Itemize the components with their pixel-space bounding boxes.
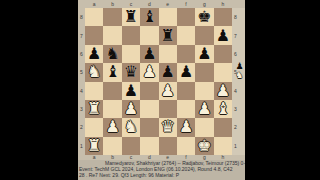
square-e4[interactable]: ♟ — [159, 82, 177, 100]
square-f8[interactable] — [177, 8, 195, 26]
left-letterbox-bar — [0, 0, 78, 180]
file-label-f: f — [177, 0, 195, 8]
square-f4[interactable] — [177, 82, 195, 100]
piece-white-king[interactable]: ♚ — [197, 138, 211, 154]
piece-black-pawn[interactable]: ♟ — [161, 64, 175, 80]
square-d2[interactable] — [140, 118, 158, 136]
square-c4[interactable]: ♟ — [122, 82, 140, 100]
file-label-a: a — [85, 0, 103, 8]
piece-black-rook[interactable]: ♜ — [124, 9, 138, 25]
square-g8[interactable]: ♚ — [195, 8, 213, 26]
square-e6[interactable] — [159, 45, 177, 63]
rank-label-8: 8 — [232, 8, 245, 26]
square-c7[interactable] — [122, 26, 140, 44]
rank-label-4: 4 — [78, 82, 85, 100]
square-d7[interactable] — [140, 26, 158, 44]
rank-label-8: 8 — [78, 8, 85, 26]
square-c2[interactable]: ♞ — [122, 118, 140, 136]
square-a2[interactable] — [85, 118, 103, 136]
square-a4[interactable] — [85, 82, 103, 100]
square-c1[interactable] — [122, 137, 140, 155]
piece-white-pawn[interactable]: ♟ — [142, 64, 156, 80]
square-d4[interactable] — [140, 82, 158, 100]
piece-white-pawn[interactable]: ♟ — [161, 83, 175, 99]
piece-white-rook[interactable]: ♜ — [87, 101, 101, 117]
rank-label-6: 6 — [78, 45, 85, 63]
piece-white-rook[interactable]: ♜ — [87, 138, 101, 154]
square-h2[interactable] — [214, 118, 232, 136]
square-a7[interactable] — [85, 26, 103, 44]
piece-black-pawn[interactable]: ♟ — [197, 46, 211, 62]
square-g7[interactable] — [195, 26, 213, 44]
square-f5[interactable]: ♟ — [177, 63, 195, 81]
square-c5[interactable]: ♛ — [122, 63, 140, 81]
piece-black-bishop[interactable]: ♝ — [142, 9, 156, 25]
square-d1[interactable] — [140, 137, 158, 155]
square-g4[interactable] — [195, 82, 213, 100]
piece-black-pawn[interactable]: ♟ — [87, 46, 101, 62]
piece-white-pawn[interactable]: ♟ — [124, 101, 138, 117]
file-label-g: g — [195, 0, 213, 8]
piece-black-bishop[interactable]: ♝ — [105, 64, 119, 80]
square-f2[interactable]: ♟ — [177, 118, 195, 136]
material-white-knight-icon: ♞ — [235, 71, 243, 80]
game-info-footer: Mamedyarov, Shakhriyar (2764) -- Radjabo… — [78, 160, 245, 180]
square-h4[interactable]: ♟ — [214, 82, 232, 100]
move-status-line: 28 . Re7 Next: 29. Qf3 Length: 96 Materi… — [78, 172, 245, 178]
material-difference-tray: ♟♞ — [234, 62, 245, 80]
piece-white-bishop[interactable]: ♝ — [216, 101, 230, 117]
piece-black-rook[interactable]: ♜ — [161, 28, 175, 44]
square-g1[interactable]: ♚ — [195, 137, 213, 155]
square-f3[interactable] — [177, 100, 195, 118]
rank-label-1: 1 — [78, 137, 85, 155]
rank-label-3: 3 — [232, 100, 245, 118]
file-label-e: e — [159, 0, 177, 8]
chess-board[interactable]: ♜♝♚♜♟♟♞♟♟♞♝♛♟♟♟♟♟♟♜♟♟♝♟♞♛♟♜♚ — [85, 8, 232, 155]
file-label-b: b — [103, 0, 121, 8]
rank-label-4: 4 — [232, 82, 245, 100]
rank-label-5: 5 — [78, 63, 85, 81]
square-h1[interactable] — [214, 137, 232, 155]
square-d3[interactable] — [140, 100, 158, 118]
square-h5[interactable] — [214, 63, 232, 81]
square-f7[interactable] — [177, 26, 195, 44]
video-frame: abcdefgh 87654321 ♜♝♚♜♟♟♞♟♟♞♝♛♟♟♟♟♟♟♜♟♟♝… — [0, 0, 320, 180]
square-b6[interactable]: ♞ — [103, 45, 121, 63]
square-e2[interactable]: ♛ — [159, 118, 177, 136]
piece-black-pawn[interactable]: ♟ — [179, 64, 193, 80]
square-e5[interactable]: ♟ — [159, 63, 177, 81]
right-letterbox-bar — [245, 0, 320, 180]
square-e7[interactable]: ♜ — [159, 26, 177, 44]
square-c3[interactable]: ♟ — [122, 100, 140, 118]
piece-white-knight[interactable]: ♞ — [87, 64, 101, 80]
piece-white-pawn[interactable]: ♟ — [105, 119, 119, 135]
file-label-c: c — [122, 0, 140, 8]
square-b3[interactable] — [103, 100, 121, 118]
square-c8[interactable]: ♜ — [122, 8, 140, 26]
square-b1[interactable] — [103, 137, 121, 155]
rank-label-7: 7 — [232, 26, 245, 44]
rank-label-2: 2 — [232, 118, 245, 136]
piece-black-queen[interactable]: ♛ — [124, 64, 138, 80]
piece-white-knight[interactable]: ♞ — [124, 119, 138, 135]
piece-black-pawn[interactable]: ♟ — [142, 46, 156, 62]
square-b8[interactable] — [103, 8, 121, 26]
square-c6[interactable] — [122, 45, 140, 63]
piece-black-knight[interactable]: ♞ — [105, 46, 119, 62]
rank-labels-left: 87654321 — [78, 8, 85, 155]
piece-black-pawn[interactable]: ♟ — [216, 28, 230, 44]
square-d6[interactable]: ♟ — [140, 45, 158, 63]
square-b4[interactable] — [103, 82, 121, 100]
square-h6[interactable] — [214, 45, 232, 63]
rank-label-3: 3 — [78, 100, 85, 118]
piece-white-queen[interactable]: ♛ — [161, 119, 175, 135]
square-e8[interactable] — [159, 8, 177, 26]
square-a1[interactable]: ♜ — [85, 137, 103, 155]
square-e1[interactable] — [159, 137, 177, 155]
file-labels-top: abcdefgh — [85, 0, 232, 8]
square-h8[interactable] — [214, 8, 232, 26]
square-b7[interactable] — [103, 26, 121, 44]
square-e3[interactable] — [159, 100, 177, 118]
square-b2[interactable]: ♟ — [103, 118, 121, 136]
square-f1[interactable] — [177, 137, 195, 155]
square-h3[interactable]: ♝ — [214, 100, 232, 118]
square-a6[interactable]: ♟ — [85, 45, 103, 63]
piece-white-pawn[interactable]: ♟ — [197, 101, 211, 117]
piece-white-pawn[interactable]: ♟ — [179, 119, 193, 135]
rank-label-7: 7 — [78, 26, 85, 44]
piece-black-king[interactable]: ♚ — [197, 9, 211, 25]
square-g2[interactable] — [195, 118, 213, 136]
square-h7[interactable]: ♟ — [214, 26, 232, 44]
file-label-h: h — [214, 0, 232, 8]
rank-label-2: 2 — [78, 118, 85, 136]
square-g5[interactable] — [195, 63, 213, 81]
file-label-d: d — [140, 0, 158, 8]
square-g6[interactable]: ♟ — [195, 45, 213, 63]
piece-black-pawn[interactable]: ♟ — [124, 83, 138, 99]
square-d8[interactable]: ♝ — [140, 8, 158, 26]
square-a5[interactable]: ♞ — [85, 63, 103, 81]
square-a3[interactable]: ♜ — [85, 100, 103, 118]
square-g3[interactable]: ♟ — [195, 100, 213, 118]
square-a8[interactable] — [85, 8, 103, 26]
square-b5[interactable]: ♝ — [103, 63, 121, 81]
rank-label-1: 1 — [232, 137, 245, 155]
square-f6[interactable] — [177, 45, 195, 63]
square-d5[interactable]: ♟ — [140, 63, 158, 81]
rank-labels-right: 87654321 — [232, 8, 245, 155]
piece-white-pawn[interactable]: ♟ — [216, 83, 230, 99]
chess-app-area: abcdefgh 87654321 ♜♝♚♜♟♟♞♟♟♞♝♛♟♟♟♟♟♟♜♟♟♝… — [78, 0, 245, 180]
